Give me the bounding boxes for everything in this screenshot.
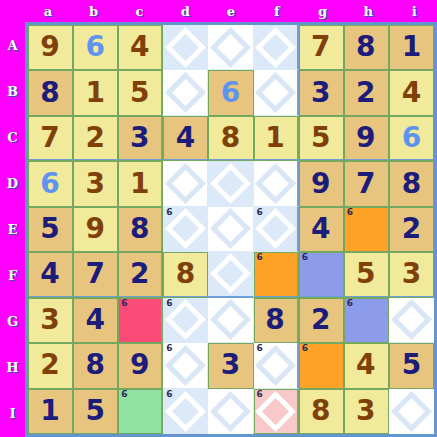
cell-value: 3 <box>40 306 59 334</box>
cell-Gd[interactable]: 6 <box>163 298 208 343</box>
cell-value: 5 <box>311 124 330 152</box>
cell-value: 8 <box>85 351 104 379</box>
row-label-E: E <box>0 206 25 252</box>
pencil-mark: 6 <box>166 208 172 217</box>
cell-Di[interactable]: 8 <box>389 161 434 206</box>
cell-Ed[interactable]: 6 <box>163 207 208 252</box>
cell-value: 9 <box>40 33 59 61</box>
row-label-C: C <box>0 114 25 160</box>
cell-Fc[interactable]: 2 <box>118 252 163 297</box>
cell-value: 3 <box>402 260 421 288</box>
col-label-a: a <box>25 0 71 22</box>
cell-value: 8 <box>356 33 375 61</box>
cell-Gg[interactable]: 2 <box>299 298 344 343</box>
cell-Ga[interactable]: 3 <box>28 298 73 343</box>
cell-Ha[interactable]: 2 <box>28 343 73 388</box>
empty-cell-diamond-icon <box>255 163 296 204</box>
cell-Hd[interactable]: 6 <box>163 343 208 388</box>
cell-Ff[interactable]: 6 <box>254 252 299 297</box>
cell-Ii[interactable] <box>389 389 434 434</box>
row-label-I: I <box>0 391 25 437</box>
cell-Be[interactable]: 6 <box>208 70 253 115</box>
cell-value: 7 <box>40 124 59 152</box>
cell-value: 1 <box>40 397 59 425</box>
cell-value: 8 <box>40 79 59 107</box>
empty-cell-diamond-icon <box>210 208 251 249</box>
cell-value: 4 <box>85 306 104 334</box>
cell-Cg[interactable]: 5 <box>299 116 344 161</box>
cell-value: 3 <box>356 397 375 425</box>
cell-Eg[interactable]: 4 <box>299 207 344 252</box>
cell-Hb[interactable]: 8 <box>73 343 118 388</box>
col-label-i: i <box>391 0 437 22</box>
pencil-mark: 6 <box>302 253 308 262</box>
col-label-e: e <box>208 0 254 22</box>
pencil-mark: 6 <box>166 390 172 399</box>
cell-value: 1 <box>265 124 284 152</box>
cell-Fi[interactable]: 3 <box>389 252 434 297</box>
cell-Ea[interactable]: 5 <box>28 207 73 252</box>
cell-value: 3 <box>311 79 330 107</box>
pencil-mark: 6 <box>257 208 263 217</box>
cell-Ah[interactable]: 8 <box>344 25 389 70</box>
cell-Fd[interactable]: 8 <box>163 252 208 297</box>
cell-Ei[interactable]: 2 <box>389 207 434 252</box>
cell-Ce[interactable]: 8 <box>208 116 253 161</box>
cell-value: 2 <box>356 79 375 107</box>
cell-Ib[interactable]: 5 <box>73 389 118 434</box>
cell-He[interactable]: 3 <box>208 343 253 388</box>
cell-value: 8 <box>130 215 149 243</box>
col-label-h: h <box>345 0 391 22</box>
pencil-mark: 6 <box>166 299 172 308</box>
cell-Dh[interactable]: 7 <box>344 161 389 206</box>
cell-Bg[interactable]: 3 <box>299 70 344 115</box>
cell-Ee[interactable] <box>208 207 253 252</box>
pencil-mark: 6 <box>347 208 353 217</box>
cell-value: 4 <box>130 33 149 61</box>
cell-Hi[interactable]: 5 <box>389 343 434 388</box>
cell-value: 3 <box>85 170 104 198</box>
cell-Fb[interactable]: 7 <box>73 252 118 297</box>
cell-Fg[interactable]: 6 <box>299 252 344 297</box>
cell-value: 8 <box>176 260 195 288</box>
cell-Id[interactable]: 6 <box>163 389 208 434</box>
cell-Ic[interactable]: 6 <box>118 389 163 434</box>
row-label-B: B <box>0 68 25 114</box>
cell-Ci[interactable]: 6 <box>389 116 434 161</box>
cell-Af[interactable] <box>254 25 299 70</box>
cell-Hh[interactable]: 4 <box>344 343 389 388</box>
cell-Ch[interactable]: 9 <box>344 116 389 161</box>
row-label-D: D <box>0 160 25 206</box>
cell-value: 4 <box>40 260 59 288</box>
empty-cell-diamond-icon <box>391 299 432 340</box>
cell-value: 6 <box>85 33 104 61</box>
col-label-f: f <box>254 0 300 22</box>
cell-Bh[interactable]: 2 <box>344 70 389 115</box>
cell-Ai[interactable]: 1 <box>389 25 434 70</box>
cell-value: 9 <box>85 215 104 243</box>
cell-value: 1 <box>130 170 149 198</box>
cell-value: 2 <box>85 124 104 152</box>
cell-value: 8 <box>221 124 240 152</box>
empty-cell-diamond-icon <box>255 72 296 113</box>
cell-value: 2 <box>40 351 59 379</box>
empty-cell-diamond-icon <box>210 391 251 432</box>
cell-Dd[interactable] <box>163 161 208 206</box>
cell-value: 5 <box>85 397 104 425</box>
cell-If[interactable]: 6 <box>254 389 299 434</box>
row-label-A: A <box>0 22 25 68</box>
cell-Ac[interactable]: 4 <box>118 25 163 70</box>
cell-value: 8 <box>402 170 421 198</box>
cell-Gh[interactable]: 6 <box>344 298 389 343</box>
pencil-mark: 6 <box>121 390 127 399</box>
cell-value: 4 <box>402 79 421 107</box>
cell-value: 7 <box>311 33 330 61</box>
cell-Ab[interactable]: 6 <box>73 25 118 70</box>
row-label-H: H <box>0 345 25 391</box>
cell-value: 2 <box>402 215 421 243</box>
pencil-mark: 6 <box>302 344 308 353</box>
cell-Gi[interactable] <box>389 298 434 343</box>
cell-Gf[interactable]: 8 <box>254 298 299 343</box>
cell-Ih[interactable]: 3 <box>344 389 389 434</box>
cell-value: 4 <box>176 124 195 152</box>
row-labels: A B C D E F G H I <box>0 22 25 437</box>
cell-Aa[interactable]: 9 <box>28 25 73 70</box>
cell-value: 7 <box>85 260 104 288</box>
pencil-mark: 6 <box>166 344 172 353</box>
cell-value: 2 <box>311 306 330 334</box>
app-window: { "game": "sudoku", "app_title": "sudoku… <box>0 0 437 437</box>
cell-Ba[interactable]: 8 <box>28 70 73 115</box>
cell-Db[interactable]: 3 <box>73 161 118 206</box>
cell-value: 4 <box>356 351 375 379</box>
cell-value: 3 <box>130 124 149 152</box>
cell-Fe[interactable] <box>208 252 253 297</box>
empty-cell-diamond-icon <box>210 27 251 68</box>
cell-value: 5 <box>402 351 421 379</box>
cell-Ag[interactable]: 7 <box>299 25 344 70</box>
cell-Gb[interactable]: 4 <box>73 298 118 343</box>
cell-Cf[interactable]: 1 <box>254 116 299 161</box>
cell-Eb[interactable]: 9 <box>73 207 118 252</box>
pencil-mark: 6 <box>257 390 263 399</box>
empty-cell-diamond-icon <box>210 299 251 340</box>
cell-Bi[interactable]: 4 <box>389 70 434 115</box>
cell-Cb[interactable]: 2 <box>73 116 118 161</box>
cell-value: 4 <box>311 215 330 243</box>
row-label-F: F <box>0 253 25 299</box>
cell-Hf[interactable]: 6 <box>254 343 299 388</box>
cell-Ie[interactable] <box>208 389 253 434</box>
empty-cell-diamond-icon <box>165 72 206 113</box>
col-label-b: b <box>71 0 117 22</box>
col-label-d: d <box>162 0 208 22</box>
empty-cell-diamond-icon <box>391 391 432 432</box>
cell-Ia[interactable]: 1 <box>28 389 73 434</box>
cell-De[interactable] <box>208 161 253 206</box>
empty-cell-diamond-icon <box>165 163 206 204</box>
cell-Df[interactable] <box>254 161 299 206</box>
cell-value: 1 <box>85 79 104 107</box>
empty-cell-diamond-icon <box>165 27 206 68</box>
col-label-g: g <box>300 0 346 22</box>
cell-Cc[interactable]: 3 <box>118 116 163 161</box>
col-label-c: c <box>117 0 163 22</box>
cell-Ae[interactable] <box>208 25 253 70</box>
cell-Hg[interactable]: 6 <box>299 343 344 388</box>
cell-value: 6 <box>40 170 59 198</box>
cell-value: 9 <box>356 124 375 152</box>
pencil-mark: 6 <box>257 253 263 262</box>
cell-Da[interactable]: 6 <box>28 161 73 206</box>
cell-Bd[interactable] <box>163 70 208 115</box>
cell-value: 6 <box>402 124 421 152</box>
cell-Fa[interactable]: 4 <box>28 252 73 297</box>
cell-value: 5 <box>356 260 375 288</box>
cell-Dc[interactable]: 1 <box>118 161 163 206</box>
cell-Ef[interactable]: 6 <box>254 207 299 252</box>
cell-Cd[interactable]: 4 <box>163 116 208 161</box>
cell-value: 6 <box>221 79 240 107</box>
cell-value: 5 <box>40 215 59 243</box>
cell-Gc[interactable]: 6 <box>118 298 163 343</box>
cell-Bc[interactable]: 5 <box>118 70 163 115</box>
cell-value: 2 <box>130 260 149 288</box>
cell-value: 5 <box>130 79 149 107</box>
cell-Ec[interactable]: 8 <box>118 207 163 252</box>
empty-cell-diamond-icon <box>210 253 251 294</box>
empty-cell-diamond-icon <box>210 163 251 204</box>
cell-Hc[interactable]: 9 <box>118 343 163 388</box>
cell-Eh[interactable]: 6 <box>344 207 389 252</box>
cell-value: 9 <box>130 351 149 379</box>
cell-Fh[interactable]: 5 <box>344 252 389 297</box>
cell-value: 7 <box>356 170 375 198</box>
pencil-mark: 6 <box>257 344 263 353</box>
cell-Dg[interactable]: 9 <box>299 161 344 206</box>
pencil-mark: 6 <box>121 299 127 308</box>
cell-Bf[interactable] <box>254 70 299 115</box>
cell-Ca[interactable]: 7 <box>28 116 73 161</box>
cell-value: 8 <box>265 306 284 334</box>
cell-Ge[interactable] <box>208 298 253 343</box>
cell-value: 1 <box>402 33 421 61</box>
cell-Ad[interactable] <box>163 25 208 70</box>
cell-value: 8 <box>311 397 330 425</box>
cell-Bb[interactable]: 1 <box>73 70 118 115</box>
cell-Ig[interactable]: 8 <box>299 389 344 434</box>
column-labels: a b c d e f g h i <box>25 0 437 22</box>
cell-value: 3 <box>221 351 240 379</box>
pencil-mark: 6 <box>347 299 353 308</box>
empty-cell-diamond-icon <box>255 27 296 68</box>
sudoku-board: 9647818156324723481596631978598664624728… <box>25 22 437 437</box>
cell-value: 9 <box>311 170 330 198</box>
row-label-G: G <box>0 299 25 345</box>
